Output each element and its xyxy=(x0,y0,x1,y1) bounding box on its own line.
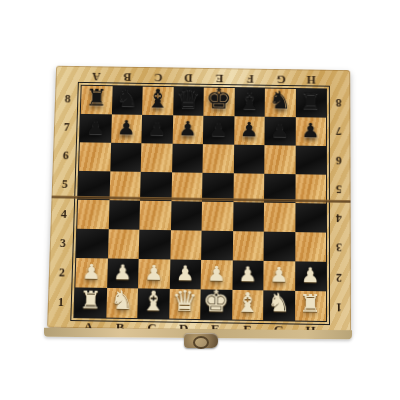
square-a8[interactable]: ♜ xyxy=(81,86,112,115)
white-king[interactable]: ♚ xyxy=(203,286,230,316)
square-h6[interactable] xyxy=(295,146,326,175)
square-f4[interactable] xyxy=(233,202,264,232)
clasp-latch-icon xyxy=(184,333,218,348)
square-b8[interactable]: ♞ xyxy=(111,86,142,115)
square-g4[interactable] xyxy=(264,203,295,233)
rank-label: 8 xyxy=(55,84,81,113)
file-label: F xyxy=(235,71,266,85)
rank-label: 1 xyxy=(327,292,351,322)
rank-label: 6 xyxy=(53,141,79,170)
square-f1[interactable]: ♝ xyxy=(232,290,264,320)
square-a4[interactable] xyxy=(77,200,109,230)
white-rook[interactable]: ♜ xyxy=(299,290,321,315)
file-label: H xyxy=(296,72,327,86)
black-pawn[interactable]: ♟ xyxy=(148,118,167,138)
white-pawn[interactable]: ♟ xyxy=(113,262,132,283)
square-c8[interactable]: ♝ xyxy=(142,87,173,116)
rank-labels-right: 87654321 xyxy=(327,89,351,323)
white-pawn[interactable]: ♟ xyxy=(82,261,101,282)
black-pawn[interactable]: ♟ xyxy=(117,118,136,138)
square-f7[interactable]: ♟ xyxy=(234,116,265,145)
board-perspective-wrap: ABCDEFGH 87654321 ♜♞♝♛♚♝♞♜♟♟♟♟♟♟♟♟♟♟♟♟♟♟… xyxy=(47,66,351,333)
square-d3[interactable] xyxy=(170,230,202,260)
square-e6[interactable] xyxy=(202,144,233,173)
square-a6[interactable] xyxy=(79,142,111,171)
rank-label: 7 xyxy=(54,113,80,142)
black-rook[interactable]: ♜ xyxy=(85,85,107,109)
white-pawn[interactable]: ♟ xyxy=(238,264,257,285)
square-e5[interactable] xyxy=(202,173,233,202)
square-e7[interactable]: ♟ xyxy=(203,116,234,145)
square-a3[interactable] xyxy=(76,229,108,259)
square-h3[interactable] xyxy=(295,232,326,262)
black-pawn[interactable]: ♟ xyxy=(271,120,289,140)
chess-board: ABCDEFGH 87654321 ♜♞♝♛♚♝♞♜♟♟♟♟♟♟♟♟♟♟♟♟♟♟… xyxy=(47,66,351,333)
black-queen[interactable]: ♛ xyxy=(175,85,201,113)
square-g8[interactable]: ♞ xyxy=(265,89,296,118)
square-h1[interactable]: ♜ xyxy=(295,291,326,321)
square-d8[interactable]: ♛ xyxy=(173,87,204,116)
rank-label: 4 xyxy=(51,199,78,229)
file-label: A xyxy=(81,68,112,82)
square-f6[interactable] xyxy=(233,145,264,174)
black-bishop[interactable]: ♝ xyxy=(146,85,170,111)
square-h7[interactable]: ♟ xyxy=(295,117,326,146)
square-f8[interactable]: ♝ xyxy=(234,88,265,117)
product-photo: ABCDEFGH 87654321 ♜♞♝♛♚♝♞♜♟♟♟♟♟♟♟♟♟♟♟♟♟♟… xyxy=(0,0,400,400)
square-e4[interactable] xyxy=(202,202,233,232)
square-d5[interactable] xyxy=(171,172,202,201)
black-pawn[interactable]: ♟ xyxy=(209,119,228,139)
square-b7[interactable]: ♟ xyxy=(111,114,142,143)
rank-label: 5 xyxy=(327,174,351,203)
square-h4[interactable] xyxy=(295,203,326,233)
square-b1[interactable]: ♞ xyxy=(106,288,138,318)
square-g5[interactable] xyxy=(264,174,295,203)
square-c7[interactable]: ♟ xyxy=(141,115,172,144)
black-pawn[interactable]: ♟ xyxy=(240,120,259,140)
rank-label: 4 xyxy=(327,204,351,234)
square-h8[interactable]: ♜ xyxy=(295,89,326,118)
square-f3[interactable] xyxy=(232,231,263,261)
square-d1[interactable]: ♛ xyxy=(169,289,201,319)
white-rook[interactable]: ♜ xyxy=(79,287,102,312)
square-h2[interactable]: ♟ xyxy=(295,261,326,291)
white-pawn[interactable]: ♟ xyxy=(176,263,195,284)
file-label: B xyxy=(112,69,143,83)
square-c3[interactable] xyxy=(139,230,171,260)
square-a7[interactable]: ♟ xyxy=(80,114,112,143)
square-e3[interactable] xyxy=(201,231,233,261)
square-a5[interactable] xyxy=(78,171,110,200)
black-pawn[interactable]: ♟ xyxy=(301,121,319,141)
square-c5[interactable] xyxy=(140,172,172,201)
black-bishop[interactable]: ♝ xyxy=(238,87,262,113)
rank-label: 2 xyxy=(48,258,75,288)
square-c4[interactable] xyxy=(139,201,171,231)
board-grid: ♜♞♝♛♚♝♞♜♟♟♟♟♟♟♟♟♟♟♟♟♟♟♟♟♜♞♝♛♚♝♞♜ xyxy=(73,85,327,322)
black-rook[interactable]: ♜ xyxy=(300,89,322,113)
white-queen[interactable]: ♛ xyxy=(172,286,198,315)
square-b4[interactable] xyxy=(108,200,140,230)
square-b3[interactable] xyxy=(107,229,139,259)
rank-label: 3 xyxy=(49,229,76,259)
black-knight[interactable]: ♞ xyxy=(269,88,292,113)
rank-label: 5 xyxy=(52,170,78,199)
square-h5[interactable] xyxy=(295,174,326,203)
white-bishop[interactable]: ♝ xyxy=(235,288,259,315)
file-label: G xyxy=(265,71,296,85)
black-pawn[interactable]: ♟ xyxy=(178,119,197,139)
white-pawn[interactable]: ♟ xyxy=(144,262,163,283)
square-b2[interactable]: ♟ xyxy=(107,258,139,288)
square-g2[interactable]: ♟ xyxy=(263,261,294,291)
square-a2[interactable]: ♟ xyxy=(75,258,107,288)
rank-label: 3 xyxy=(327,233,351,263)
white-bishop[interactable]: ♝ xyxy=(141,287,166,314)
square-c1[interactable]: ♝ xyxy=(137,288,169,318)
black-king[interactable]: ♚ xyxy=(206,85,233,114)
white-pawn[interactable]: ♟ xyxy=(207,263,226,284)
square-g1[interactable]: ♞ xyxy=(263,290,295,320)
square-c6[interactable] xyxy=(141,143,172,172)
square-b5[interactable] xyxy=(109,171,141,200)
square-g6[interactable] xyxy=(264,145,295,174)
rank-label: 2 xyxy=(327,262,351,292)
white-knight[interactable]: ♞ xyxy=(110,287,134,313)
square-e8[interactable]: ♚ xyxy=(203,88,234,117)
square-g7[interactable]: ♟ xyxy=(264,117,295,146)
file-label: C xyxy=(142,69,173,83)
square-d7[interactable]: ♟ xyxy=(172,115,203,144)
white-pawn[interactable]: ♟ xyxy=(270,264,289,285)
rank-label: 7 xyxy=(327,117,350,146)
square-b6[interactable] xyxy=(110,143,142,172)
black-pawn[interactable]: ♟ xyxy=(86,117,105,137)
square-d6[interactable] xyxy=(172,144,203,173)
rank-label: 1 xyxy=(47,288,74,318)
square-f5[interactable] xyxy=(233,173,264,202)
square-e1[interactable]: ♚ xyxy=(200,289,232,319)
white-knight[interactable]: ♞ xyxy=(267,289,290,315)
square-d4[interactable] xyxy=(170,201,202,231)
rank-label: 6 xyxy=(327,146,351,175)
black-knight[interactable]: ♞ xyxy=(116,85,139,110)
rank-label: 8 xyxy=(327,89,350,118)
square-a1[interactable]: ♜ xyxy=(74,287,106,317)
white-pawn[interactable]: ♟ xyxy=(301,265,320,286)
square-g3[interactable] xyxy=(264,232,295,262)
